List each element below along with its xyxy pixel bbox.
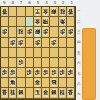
piece-pawn-sente[interactable]: 歩 — [1, 68, 8, 77]
square-83[interactable] — [9, 27, 17, 37]
square-85[interactable] — [9, 48, 17, 58]
piece-gold-gote[interactable]: 金 — [42, 7, 49, 16]
square-12[interactable] — [67, 17, 75, 27]
piece-lance-sente[interactable]: 香 — [1, 88, 8, 97]
square-56[interactable] — [34, 58, 42, 68]
square-66[interactable] — [26, 58, 34, 68]
square-97[interactable]: 歩 — [1, 68, 9, 78]
piece-pawn-gote[interactable]: 歩 — [9, 38, 16, 47]
square-63[interactable]: 歩 — [26, 27, 34, 37]
piece-pawn-sente[interactable]: 歩 — [34, 68, 41, 77]
piece-king-gote[interactable]: 王 — [34, 7, 41, 16]
piece-lance-sente[interactable]: 香 — [67, 88, 74, 97]
square-52[interactable]: 金 — [34, 17, 42, 27]
square-73[interactable]: 桂 — [17, 27, 25, 37]
square-11[interactable]: 香 — [67, 7, 75, 17]
piece-bishop-gote[interactable]: 角 — [59, 17, 66, 26]
square-69[interactable] — [26, 88, 34, 98]
piece-pawn-gote[interactable]: 歩 — [1, 27, 8, 36]
piece-gold-sente[interactable]: 金 — [42, 88, 49, 97]
square-26[interactable] — [59, 58, 67, 68]
square-23[interactable]: 歩 — [59, 27, 67, 37]
square-61[interactable] — [26, 7, 34, 17]
piece-knight-gote[interactable]: 桂 — [59, 7, 66, 16]
square-24[interactable] — [59, 38, 67, 48]
square-89[interactable]: 桂 — [9, 88, 17, 98]
square-88[interactable]: 角 — [9, 78, 17, 88]
komadai-piece-stand — [82, 28, 96, 100]
rank-label-4: 四 — [77, 37, 82, 47]
square-71[interactable] — [17, 7, 25, 17]
square-92[interactable] — [1, 17, 9, 27]
rank-label-9: 九 — [77, 89, 82, 99]
square-81[interactable] — [9, 7, 17, 17]
square-54[interactable]: 歩 — [34, 38, 42, 48]
piece-pawn-sente[interactable]: 歩 — [26, 68, 33, 77]
square-68[interactable] — [26, 78, 34, 88]
square-87[interactable]: 歩 — [9, 68, 17, 78]
square-19[interactable]: 香 — [67, 88, 75, 98]
square-36[interactable] — [50, 58, 58, 68]
square-27[interactable]: 歩 — [59, 68, 67, 78]
square-14[interactable] — [67, 38, 75, 48]
square-96[interactable] — [1, 58, 9, 68]
piece-knight-sente[interactable]: 桂 — [59, 88, 66, 97]
square-84[interactable]: 歩 — [9, 38, 17, 48]
square-82[interactable] — [9, 17, 17, 27]
square-98[interactable] — [1, 78, 9, 88]
square-65[interactable] — [26, 48, 34, 58]
square-13[interactable]: 歩 — [67, 27, 75, 37]
square-47[interactable]: 歩 — [42, 68, 50, 78]
square-31[interactable]: 銀 — [50, 7, 58, 17]
piece-silver-gote[interactable]: 銀 — [50, 7, 57, 16]
square-18[interactable] — [67, 78, 75, 88]
piece-pawn-sente[interactable]: 歩 — [67, 68, 74, 77]
piece-pawn-gote[interactable]: 歩 — [17, 38, 24, 47]
rank-label-8: 八 — [77, 79, 82, 89]
square-45[interactable] — [42, 48, 50, 58]
square-62[interactable] — [26, 17, 34, 27]
square-74[interactable]: 歩 — [17, 38, 25, 48]
square-44[interactable] — [42, 38, 50, 48]
square-35[interactable] — [50, 48, 58, 58]
square-17[interactable]: 歩 — [67, 68, 75, 78]
square-67[interactable]: 歩 — [26, 68, 34, 78]
piece-pawn-sente[interactable]: 歩 — [59, 68, 66, 77]
square-22[interactable]: 角 — [59, 17, 67, 27]
rank-label-6: 六 — [77, 58, 82, 68]
piece-pawn-gote[interactable]: 歩 — [59, 27, 66, 36]
square-53[interactable]: 銀 — [34, 27, 42, 37]
rank-label-1: 一 — [77, 6, 82, 16]
square-15[interactable] — [67, 48, 75, 58]
square-93[interactable]: 歩 — [1, 27, 9, 37]
square-28[interactable] — [59, 78, 67, 88]
piece-bishop-sente[interactable]: 角 — [9, 78, 16, 87]
shogi-app-screen: 987654321 香王金銀桂香金飛角歩桂歩銀歩歩歩歩歩歩歩歩歩歩歩歩歩歩歩歩角… — [0, 0, 100, 100]
square-57[interactable]: 歩 — [34, 68, 42, 78]
square-59[interactable]: 玉 — [34, 88, 42, 98]
piece-silver-gote[interactable]: 銀 — [34, 27, 41, 36]
piece-pawn-gote[interactable]: 歩 — [67, 27, 74, 36]
piece-pawn-sente[interactable]: 歩 — [17, 58, 24, 67]
square-37[interactable]: 歩 — [50, 68, 58, 78]
square-29[interactable]: 桂 — [59, 88, 67, 98]
square-51[interactable]: 王 — [34, 7, 42, 17]
rank-label-5: 五 — [77, 48, 82, 58]
rank-label-7: 七 — [77, 68, 82, 78]
piece-knight-sente[interactable]: 桂 — [9, 88, 16, 97]
square-42[interactable]: 飛 — [42, 17, 50, 27]
piece-silver-sente[interactable]: 銀 — [50, 88, 57, 97]
rank-label-3: 三 — [77, 27, 82, 37]
square-32[interactable] — [50, 17, 58, 27]
square-94[interactable] — [1, 38, 9, 48]
square-64[interactable] — [26, 38, 34, 48]
square-48[interactable] — [42, 78, 50, 88]
piece-silver-sente[interactable]: 銀 — [17, 88, 24, 97]
piece-pawn-gote[interactable]: 歩 — [26, 27, 33, 36]
square-33[interactable] — [50, 27, 58, 37]
piece-lance-gote[interactable]: 香 — [1, 7, 8, 16]
square-58[interactable]: 金 — [34, 78, 42, 88]
piece-rook-sente[interactable]: 飛 — [50, 78, 57, 87]
square-34[interactable]: 歩 — [50, 38, 58, 48]
rank-label-2: 二 — [77, 16, 82, 26]
piece-pawn-sente[interactable]: 歩 — [9, 68, 16, 77]
piece-gold-gote[interactable]: 金 — [34, 17, 41, 26]
square-38[interactable]: 飛 — [50, 78, 58, 88]
square-77[interactable] — [17, 68, 25, 78]
piece-pawn-sente[interactable]: 歩 — [42, 68, 49, 77]
square-43[interactable]: 歩 — [42, 27, 50, 37]
piece-pawn-gote[interactable]: 歩 — [42, 27, 49, 36]
piece-rook-gote[interactable]: 飛 — [42, 17, 49, 26]
square-75[interactable] — [17, 48, 25, 58]
piece-pawn-sente[interactable]: 歩 — [50, 68, 57, 77]
square-46[interactable] — [42, 58, 50, 68]
square-55[interactable] — [34, 48, 42, 58]
square-41[interactable]: 金 — [42, 7, 50, 17]
square-16[interactable] — [67, 58, 75, 68]
piece-gold-sente[interactable]: 金 — [34, 78, 41, 87]
square-78[interactable] — [17, 78, 25, 88]
piece-pawn-gote[interactable]: 歩 — [34, 38, 41, 47]
square-72[interactable] — [17, 17, 25, 27]
shogi-board[interactable]: 香王金銀桂香金飛角歩桂歩銀歩歩歩歩歩歩歩歩歩歩歩歩歩歩歩歩角金飛香桂銀玉金銀桂香 — [0, 6, 76, 100]
square-49[interactable]: 金 — [42, 88, 50, 98]
square-86[interactable] — [9, 58, 17, 68]
square-79[interactable]: 銀 — [17, 88, 25, 98]
square-25[interactable] — [59, 48, 67, 58]
square-21[interactable]: 桂 — [59, 7, 67, 17]
piece-pawn-gote[interactable]: 歩 — [50, 38, 57, 47]
piece-lance-gote[interactable]: 香 — [67, 7, 74, 16]
piece-knight-gote[interactable]: 桂 — [17, 27, 24, 36]
square-39[interactable]: 銀 — [50, 88, 58, 98]
rank-coordinate-labels: 一二三四五六七八九 — [77, 6, 82, 100]
piece-king-sente[interactable]: 玉 — [34, 88, 41, 97]
square-76[interactable]: 歩 — [17, 58, 25, 68]
square-99[interactable]: 香 — [1, 88, 9, 98]
square-95[interactable] — [1, 48, 9, 58]
square-91[interactable]: 香 — [1, 7, 9, 17]
